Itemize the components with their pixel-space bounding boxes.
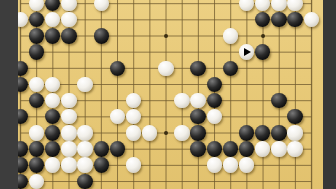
intersection-4-4[interactable] <box>61 28 77 44</box>
intersection-12-3[interactable] <box>190 12 206 28</box>
intersection-17-3[interactable] <box>271 12 287 28</box>
intersection-19-10[interactable] <box>303 125 319 141</box>
intersection-2-8[interactable] <box>29 93 45 109</box>
white-stone <box>45 77 60 92</box>
intersection-17-4[interactable] <box>271 28 287 44</box>
black-stone <box>207 141 222 156</box>
intersection-19-3[interactable] <box>303 12 319 28</box>
black-stone <box>110 141 125 156</box>
intersection-9-11[interactable] <box>142 141 158 157</box>
black-stone <box>255 12 270 27</box>
intersection-13-11[interactable] <box>206 141 222 157</box>
white-stone <box>255 141 270 156</box>
black-stone <box>45 125 60 140</box>
intersection-13-10[interactable] <box>206 125 222 141</box>
intersection-2-5[interactable] <box>29 44 45 60</box>
white-stone <box>239 0 254 11</box>
white-stone <box>271 0 286 11</box>
intersection-7-5[interactable] <box>109 44 125 60</box>
intersection-10-7[interactable] <box>158 76 174 92</box>
white-stone <box>287 0 302 11</box>
intersection-8-11[interactable] <box>126 141 142 157</box>
intersection-2-10[interactable] <box>29 125 45 141</box>
white-stone <box>239 157 254 172</box>
black-stone <box>287 12 302 27</box>
intersection-3-9[interactable] <box>45 109 61 125</box>
intersection-9-10[interactable] <box>142 125 158 141</box>
intersection-16-13[interactable] <box>255 173 271 189</box>
intersection-7-11[interactable] <box>109 141 125 157</box>
intersection-19-2[interactable] <box>303 0 319 12</box>
intersection-12-5[interactable] <box>190 44 206 60</box>
intersection-19-4[interactable] <box>303 28 319 44</box>
intersection-7-2[interactable] <box>109 0 125 12</box>
intersection-11-4[interactable] <box>174 28 190 44</box>
intersection-2-9[interactable] <box>29 109 45 125</box>
intersection-12-8[interactable] <box>190 93 206 109</box>
intersection-3-11[interactable] <box>45 141 61 157</box>
black-stone <box>29 157 44 172</box>
intersection-12-6[interactable] <box>190 60 206 76</box>
black-stone <box>239 125 254 140</box>
white-stone <box>287 125 302 140</box>
intersection-13-2[interactable] <box>206 0 222 12</box>
black-stone <box>61 28 76 43</box>
black-stone <box>223 61 238 76</box>
intersection-15-9[interactable] <box>239 109 255 125</box>
black-stone <box>271 93 286 108</box>
white-stone <box>110 109 125 124</box>
intersection-9-3[interactable] <box>142 12 158 28</box>
intersection-7-10[interactable] <box>109 125 125 141</box>
intersection-7-7[interactable] <box>109 76 125 92</box>
intersection-4-12[interactable] <box>61 157 77 173</box>
intersection-4-5[interactable] <box>61 44 77 60</box>
intersection-3-13[interactable] <box>45 173 61 189</box>
black-stone <box>29 93 44 108</box>
intersection-6-2[interactable] <box>93 0 109 12</box>
intersection-6-4[interactable] <box>93 28 109 44</box>
black-stone <box>77 174 92 189</box>
intersection-5-4[interactable] <box>77 28 93 44</box>
intersection-16-9[interactable] <box>255 109 271 125</box>
intersection-9-2[interactable] <box>142 0 158 12</box>
intersection-10-5[interactable] <box>158 44 174 60</box>
black-stone <box>190 109 205 124</box>
intersection-6-8[interactable] <box>93 93 109 109</box>
intersection-2-6[interactable] <box>29 60 45 76</box>
intersection-14-11[interactable] <box>222 141 238 157</box>
intersection-3-12[interactable] <box>45 157 61 173</box>
intersection-19-8[interactable] <box>303 93 319 109</box>
intersection-14-3[interactable] <box>222 12 238 28</box>
intersection-14-9[interactable] <box>222 109 238 125</box>
black-stone <box>45 141 60 156</box>
intersection-19-12[interactable] <box>303 157 319 173</box>
intersection-15-5[interactable] <box>239 44 255 60</box>
intersection-6-6[interactable] <box>93 60 109 76</box>
intersection-4-2[interactable] <box>61 0 77 12</box>
intersection-3-4[interactable] <box>45 28 61 44</box>
intersection-14-12[interactable] <box>222 157 238 173</box>
intersection-17-6[interactable] <box>271 60 287 76</box>
intersection-16-12[interactable] <box>255 157 271 173</box>
intersection-6-11[interactable] <box>93 141 109 157</box>
black-stone <box>207 77 222 92</box>
white-stone <box>126 93 141 108</box>
white-stone <box>29 77 44 92</box>
white-stone <box>287 141 302 156</box>
intersection-12-4[interactable] <box>190 28 206 44</box>
intersection-17-9[interactable] <box>271 109 287 125</box>
intersection-12-10[interactable] <box>190 125 206 141</box>
intersection-8-5[interactable] <box>126 44 142 60</box>
intersection-8-3[interactable] <box>126 12 142 28</box>
white-stone <box>271 141 286 156</box>
white-stone <box>126 125 141 140</box>
intersection-13-7[interactable] <box>206 76 222 92</box>
intersection-18-12[interactable] <box>287 157 303 173</box>
intersection-11-2[interactable] <box>174 0 190 12</box>
intersection-11-12[interactable] <box>174 157 190 173</box>
white-stone <box>126 109 141 124</box>
white-stone <box>61 12 76 27</box>
intersection-13-13[interactable] <box>206 173 222 189</box>
intersection-18-13[interactable] <box>287 173 303 189</box>
white-stone <box>239 44 254 59</box>
intersection-19-11[interactable] <box>303 141 319 157</box>
intersection-16-10[interactable] <box>255 125 271 141</box>
intersection-10-9[interactable] <box>158 109 174 125</box>
last-move-marker <box>244 48 251 56</box>
black-stone <box>94 157 109 172</box>
intersection-5-8[interactable] <box>77 93 93 109</box>
intersection-8-8[interactable] <box>126 93 142 109</box>
black-stone <box>271 12 286 27</box>
white-stone <box>61 0 76 11</box>
intersection-17-8[interactable] <box>271 93 287 109</box>
intersection-18-5[interactable] <box>287 44 303 60</box>
white-stone <box>223 28 238 43</box>
intersection-17-2[interactable] <box>271 0 287 12</box>
intersection-7-8[interactable] <box>109 93 125 109</box>
black-stone <box>29 12 44 27</box>
intersection-3-5[interactable] <box>45 44 61 60</box>
intersection-7-6[interactable] <box>109 60 125 76</box>
intersection-11-6[interactable] <box>174 60 190 76</box>
intersection-5-2[interactable] <box>77 0 93 12</box>
intersection-5-7[interactable] <box>77 76 93 92</box>
white-stone <box>174 93 189 108</box>
intersection-12-11[interactable] <box>190 141 206 157</box>
intersection-10-10[interactable] <box>158 125 174 141</box>
intersection-14-2[interactable] <box>222 0 238 12</box>
white-stone <box>174 125 189 140</box>
intersection-15-4[interactable] <box>239 28 255 44</box>
intersection-9-4[interactable] <box>142 28 158 44</box>
intersection-17-13[interactable] <box>271 173 287 189</box>
intersection-9-8[interactable] <box>142 93 158 109</box>
intersection-4-10[interactable] <box>61 125 77 141</box>
intersection-16-11[interactable] <box>255 141 271 157</box>
intersection-6-9[interactable] <box>93 109 109 125</box>
white-stone <box>61 109 76 124</box>
intersection-17-5[interactable] <box>271 44 287 60</box>
intersection-10-12[interactable] <box>158 157 174 173</box>
intersection-18-9[interactable] <box>287 109 303 125</box>
intersection-13-5[interactable] <box>206 44 222 60</box>
intersection-9-12[interactable] <box>142 157 158 173</box>
intersection-5-3[interactable] <box>77 12 93 28</box>
intersection-2-13[interactable] <box>29 173 45 189</box>
black-stone <box>239 141 254 156</box>
intersection-14-8[interactable] <box>222 93 238 109</box>
intersection-14-10[interactable] <box>222 125 238 141</box>
white-stone <box>29 0 44 11</box>
intersection-3-10[interactable] <box>45 125 61 141</box>
intersection-18-3[interactable] <box>287 12 303 28</box>
black-stone <box>255 44 270 59</box>
white-stone <box>77 141 92 156</box>
black-stone <box>29 141 44 156</box>
black-stone <box>29 44 44 59</box>
black-stone <box>190 141 205 156</box>
black-stone <box>45 0 60 11</box>
white-stone <box>94 0 109 11</box>
intersection-9-13[interactable] <box>142 173 158 189</box>
intersection-9-6[interactable] <box>142 60 158 76</box>
intersection-11-13[interactable] <box>174 173 190 189</box>
intersection-10-2[interactable] <box>158 0 174 12</box>
intersection-13-9[interactable] <box>206 109 222 125</box>
white-stone <box>255 0 270 11</box>
intersection-10-13[interactable] <box>158 173 174 189</box>
intersection-10-8[interactable] <box>158 93 174 109</box>
black-stone <box>94 28 109 43</box>
intersection-19-7[interactable] <box>303 76 319 92</box>
intersection-19-13[interactable] <box>303 173 319 189</box>
intersection-15-11[interactable] <box>239 141 255 157</box>
intersection-13-4[interactable] <box>206 28 222 44</box>
intersection-14-13[interactable] <box>222 173 238 189</box>
black-stone <box>29 28 44 43</box>
intersection-18-4[interactable] <box>287 28 303 44</box>
black-stone <box>110 61 125 76</box>
intersection-15-8[interactable] <box>239 93 255 109</box>
intersection-7-12[interactable] <box>109 157 125 173</box>
intersection-10-3[interactable] <box>158 12 174 28</box>
intersection-5-10[interactable] <box>77 125 93 141</box>
intersection-12-13[interactable] <box>190 173 206 189</box>
intersection-14-7[interactable] <box>222 76 238 92</box>
white-stone <box>126 157 141 172</box>
intersection-13-8[interactable] <box>206 93 222 109</box>
intersection-5-12[interactable] <box>77 157 93 173</box>
intersection-7-13[interactable] <box>109 173 125 189</box>
intersection-2-2[interactable] <box>29 0 45 12</box>
letterbox-right <box>323 0 336 189</box>
intersection-3-2[interactable] <box>45 0 61 12</box>
intersection-18-7[interactable] <box>287 76 303 92</box>
white-stone <box>45 12 60 27</box>
intersection-4-11[interactable] <box>61 141 77 157</box>
intersection-7-4[interactable] <box>109 28 125 44</box>
intersection-7-3[interactable] <box>109 12 125 28</box>
intersection-4-9[interactable] <box>61 109 77 125</box>
black-stone <box>190 61 205 76</box>
intersection-8-12[interactable] <box>126 157 142 173</box>
black-stone <box>271 125 286 140</box>
intersection-6-10[interactable] <box>93 125 109 141</box>
intersection-5-5[interactable] <box>77 44 93 60</box>
intersection-19-5[interactable] <box>303 44 319 60</box>
intersection-18-6[interactable] <box>287 60 303 76</box>
intersection-2-7[interactable] <box>29 76 45 92</box>
intersection-5-6[interactable] <box>77 60 93 76</box>
white-stone <box>304 12 319 27</box>
intersection-10-11[interactable] <box>158 141 174 157</box>
intersection-17-11[interactable] <box>271 141 287 157</box>
black-stone <box>287 109 302 124</box>
intersection-15-7[interactable] <box>239 76 255 92</box>
intersection-18-8[interactable] <box>287 93 303 109</box>
intersection-6-13[interactable] <box>93 173 109 189</box>
intersection-14-5[interactable] <box>222 44 238 60</box>
intersection-17-10[interactable] <box>271 125 287 141</box>
white-stone <box>77 157 92 172</box>
intersection-8-13[interactable] <box>126 173 142 189</box>
intersection-17-7[interactable] <box>271 76 287 92</box>
intersection-16-5[interactable] <box>255 44 271 60</box>
white-stone <box>207 157 222 172</box>
intersection-11-8[interactable] <box>174 93 190 109</box>
intersection-8-10[interactable] <box>126 125 142 141</box>
intersection-16-4[interactable] <box>255 28 271 44</box>
intersection-3-3[interactable] <box>45 12 61 28</box>
intersection-12-9[interactable] <box>190 109 206 125</box>
intersection-10-4[interactable] <box>158 28 174 44</box>
intersection-15-6[interactable] <box>239 60 255 76</box>
intersection-4-6[interactable] <box>61 60 77 76</box>
intersection-15-2[interactable] <box>239 0 255 12</box>
black-stone <box>190 125 205 140</box>
intersection-8-6[interactable] <box>126 60 142 76</box>
intersection-16-7[interactable] <box>255 76 271 92</box>
intersection-8-4[interactable] <box>126 28 142 44</box>
white-stone <box>158 61 173 76</box>
intersection-2-12[interactable] <box>29 157 45 173</box>
intersection-5-11[interactable] <box>77 141 93 157</box>
intersection-10-6[interactable] <box>158 60 174 76</box>
intersection-16-3[interactable] <box>255 12 271 28</box>
white-stone <box>45 93 60 108</box>
intersection-2-11[interactable] <box>29 141 45 157</box>
intersection-18-10[interactable] <box>287 125 303 141</box>
intersection-8-2[interactable] <box>126 0 142 12</box>
white-stone <box>61 141 76 156</box>
intersection-17-12[interactable] <box>271 157 287 173</box>
intersection-9-9[interactable] <box>142 109 158 125</box>
intersection-6-5[interactable] <box>93 44 109 60</box>
intersection-6-3[interactable] <box>93 12 109 28</box>
intersection-13-12[interactable] <box>206 157 222 173</box>
white-stone <box>142 125 157 140</box>
intersection-12-7[interactable] <box>190 76 206 92</box>
intersection-2-3[interactable] <box>29 12 45 28</box>
intersection-11-7[interactable] <box>174 76 190 92</box>
intersection-14-4[interactable] <box>222 28 238 44</box>
black-stone <box>207 93 222 108</box>
white-stone <box>77 125 92 140</box>
white-stone <box>207 109 222 124</box>
white-stone <box>190 93 205 108</box>
white-stone <box>29 125 44 140</box>
intersection-11-9[interactable] <box>174 109 190 125</box>
intersection-8-9[interactable] <box>126 109 142 125</box>
intersection-11-3[interactable] <box>174 12 190 28</box>
white-stone <box>77 77 92 92</box>
intersection-19-9[interactable] <box>303 109 319 125</box>
intersection-16-6[interactable] <box>255 60 271 76</box>
black-stone <box>45 109 60 124</box>
intersection-9-5[interactable] <box>142 44 158 60</box>
intersection-16-2[interactable] <box>255 0 271 12</box>
intersection-6-12[interactable] <box>93 157 109 173</box>
intersection-11-10[interactable] <box>174 125 190 141</box>
intersection-19-6[interactable] <box>303 60 319 76</box>
go-app-window <box>0 0 336 189</box>
intersection-5-13[interactable] <box>77 173 93 189</box>
white-stone <box>223 157 238 172</box>
intersection-4-13[interactable] <box>61 173 77 189</box>
letterbox-left <box>0 0 18 189</box>
intersection-7-9[interactable] <box>109 109 125 125</box>
intersection-4-3[interactable] <box>61 12 77 28</box>
intersection-5-9[interactable] <box>77 109 93 125</box>
white-stone <box>45 157 60 172</box>
intersection-4-8[interactable] <box>61 93 77 109</box>
intersection-3-8[interactable] <box>45 93 61 109</box>
intersection-18-2[interactable] <box>287 0 303 12</box>
intersection-15-3[interactable] <box>239 12 255 28</box>
white-stone <box>29 174 44 189</box>
intersection-16-8[interactable] <box>255 93 271 109</box>
intersection-8-7[interactable] <box>126 76 142 92</box>
intersection-13-6[interactable] <box>206 60 222 76</box>
black-stone <box>223 141 238 156</box>
intersection-18-11[interactable] <box>287 141 303 157</box>
black-stone <box>255 125 270 140</box>
intersection-12-2[interactable] <box>190 0 206 12</box>
intersection-6-7[interactable] <box>93 76 109 92</box>
intersection-14-6[interactable] <box>222 60 238 76</box>
intersection-3-6[interactable] <box>45 60 61 76</box>
intersection-2-4[interactable] <box>29 28 45 44</box>
intersection-15-10[interactable] <box>239 125 255 141</box>
intersection-15-13[interactable] <box>239 173 255 189</box>
intersection-13-3[interactable] <box>206 12 222 28</box>
intersection-12-12[interactable] <box>190 157 206 173</box>
intersection-4-7[interactable] <box>61 76 77 92</box>
intersection-9-7[interactable] <box>142 76 158 92</box>
intersection-11-5[interactable] <box>174 44 190 60</box>
intersection-3-7[interactable] <box>45 76 61 92</box>
black-stone <box>94 141 109 156</box>
intersection-11-11[interactable] <box>174 141 190 157</box>
intersection-15-12[interactable] <box>239 157 255 173</box>
black-stone <box>45 28 60 43</box>
go-board[interactable] <box>12 0 319 189</box>
